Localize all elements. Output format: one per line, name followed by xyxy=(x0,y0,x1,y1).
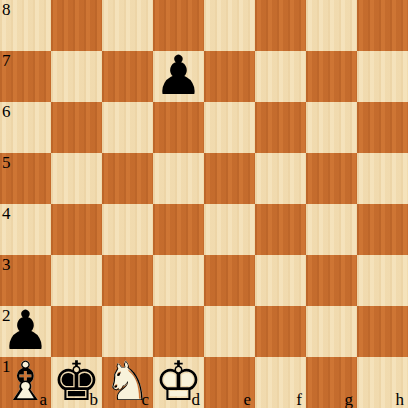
piece-glyph: ♚ xyxy=(51,357,102,408)
square-d4[interactable] xyxy=(153,204,204,255)
square-h4[interactable] xyxy=(357,204,408,255)
square-e2[interactable] xyxy=(204,306,255,357)
square-c3[interactable] xyxy=(102,255,153,306)
square-c1[interactable]: c♞♘ xyxy=(102,357,153,408)
square-c4[interactable] xyxy=(102,204,153,255)
square-e5[interactable] xyxy=(204,153,255,204)
square-b1[interactable]: b♚ xyxy=(51,357,102,408)
square-h5[interactable] xyxy=(357,153,408,204)
piece-glyph-outline: ♘ xyxy=(102,357,153,408)
square-g8[interactable] xyxy=(306,0,357,51)
square-e6[interactable] xyxy=(204,102,255,153)
square-d7[interactable]: ♟ xyxy=(153,51,204,102)
square-h3[interactable] xyxy=(357,255,408,306)
square-f2[interactable] xyxy=(255,306,306,357)
square-e7[interactable] xyxy=(204,51,255,102)
square-g6[interactable] xyxy=(306,102,357,153)
square-a6[interactable]: 6 xyxy=(0,102,51,153)
square-f5[interactable] xyxy=(255,153,306,204)
square-h1[interactable]: h xyxy=(357,357,408,408)
piece-white-bishop-a1[interactable]: ♝♗ xyxy=(0,357,51,408)
square-f4[interactable] xyxy=(255,204,306,255)
square-c6[interactable] xyxy=(102,102,153,153)
square-b3[interactable] xyxy=(51,255,102,306)
square-g5[interactable] xyxy=(306,153,357,204)
square-g2[interactable] xyxy=(306,306,357,357)
square-e4[interactable] xyxy=(204,204,255,255)
square-c7[interactable] xyxy=(102,51,153,102)
square-a1[interactable]: 1a♝♗ xyxy=(0,357,51,408)
piece-glyph-outline: ♗ xyxy=(0,357,51,408)
square-e8[interactable] xyxy=(204,0,255,51)
square-h2[interactable] xyxy=(357,306,408,357)
square-b5[interactable] xyxy=(51,153,102,204)
rank-label-6: 6 xyxy=(2,103,11,120)
square-b8[interactable] xyxy=(51,0,102,51)
square-b4[interactable] xyxy=(51,204,102,255)
square-g7[interactable] xyxy=(306,51,357,102)
square-f6[interactable] xyxy=(255,102,306,153)
rank-label-8: 8 xyxy=(2,1,11,18)
square-d3[interactable] xyxy=(153,255,204,306)
square-d5[interactable] xyxy=(153,153,204,204)
square-g4[interactable] xyxy=(306,204,357,255)
piece-glyph-outline: ♔ xyxy=(153,357,204,408)
square-h7[interactable] xyxy=(357,51,408,102)
square-f3[interactable] xyxy=(255,255,306,306)
square-g3[interactable] xyxy=(306,255,357,306)
square-a8[interactable]: 8 xyxy=(0,0,51,51)
square-f8[interactable] xyxy=(255,0,306,51)
square-g1[interactable]: g xyxy=(306,357,357,408)
rank-label-3: 3 xyxy=(2,256,11,273)
square-b7[interactable] xyxy=(51,51,102,102)
square-e1[interactable]: e xyxy=(204,357,255,408)
file-label-h: h xyxy=(396,391,405,408)
piece-white-knight-c1[interactable]: ♞♘ xyxy=(102,357,153,408)
square-b6[interactable] xyxy=(51,102,102,153)
square-f7[interactable] xyxy=(255,51,306,102)
rank-label-4: 4 xyxy=(2,205,11,222)
square-h6[interactable] xyxy=(357,102,408,153)
piece-black-pawn-d7[interactable]: ♟ xyxy=(153,51,204,102)
square-f1[interactable]: f xyxy=(255,357,306,408)
square-h8[interactable] xyxy=(357,0,408,51)
square-a7[interactable]: 7 xyxy=(0,51,51,102)
square-a4[interactable]: 4 xyxy=(0,204,51,255)
square-d1[interactable]: d♚♔ xyxy=(153,357,204,408)
square-e3[interactable] xyxy=(204,255,255,306)
chess-board: 87♟65432♟1a♝♗b♚c♞♘d♚♔efgh xyxy=(0,0,408,408)
square-c5[interactable] xyxy=(102,153,153,204)
rank-label-7: 7 xyxy=(2,52,11,69)
square-a5[interactable]: 5 xyxy=(0,153,51,204)
piece-glyph: ♟ xyxy=(153,51,204,102)
square-d6[interactable] xyxy=(153,102,204,153)
file-label-g: g xyxy=(345,391,354,408)
square-c8[interactable] xyxy=(102,0,153,51)
rank-label-5: 5 xyxy=(2,154,11,171)
file-label-f: f xyxy=(296,391,302,408)
piece-white-king-d1[interactable]: ♚♔ xyxy=(153,357,204,408)
file-label-e: e xyxy=(243,391,251,408)
piece-black-king-b1[interactable]: ♚ xyxy=(51,357,102,408)
